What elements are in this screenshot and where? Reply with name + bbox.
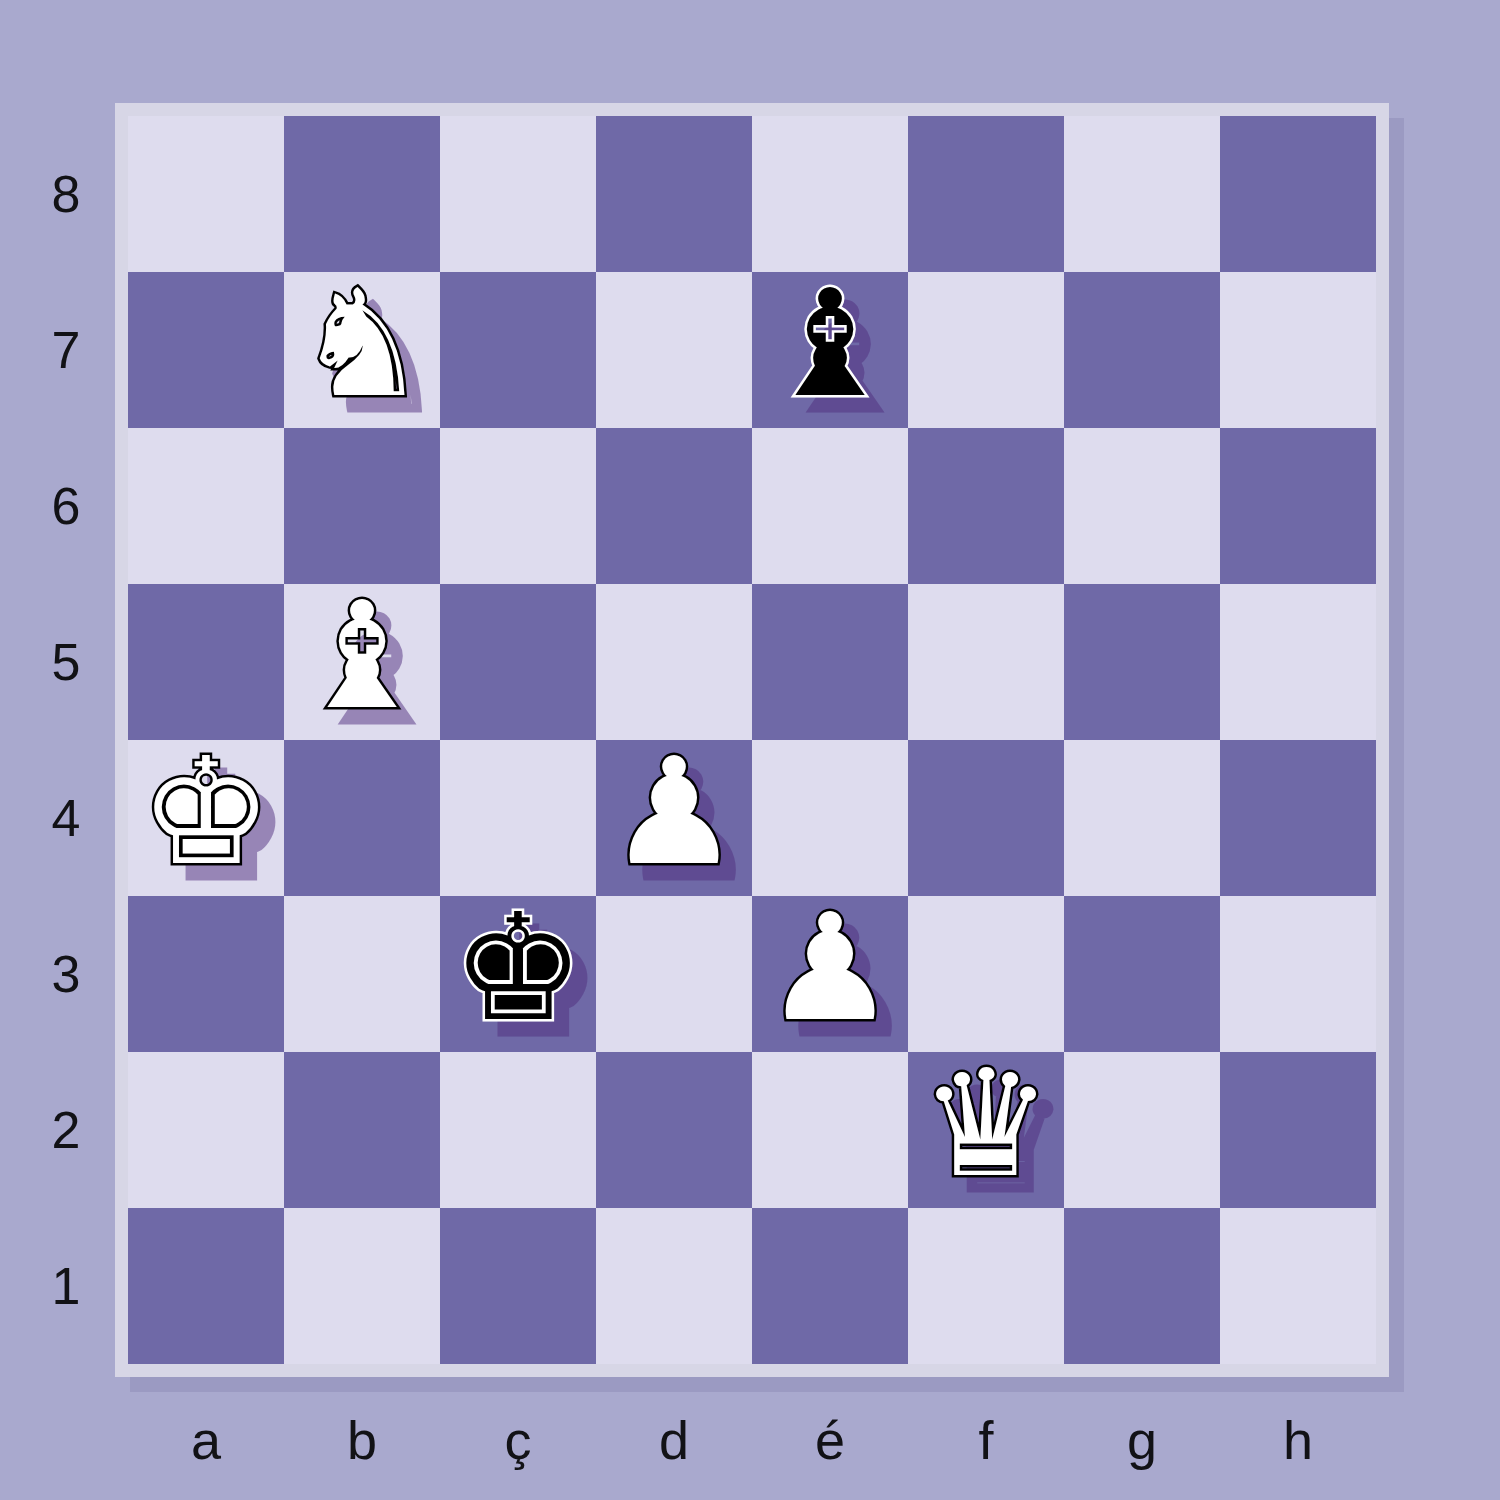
square-a8[interactable]	[128, 116, 284, 272]
square-h6[interactable]	[1220, 428, 1376, 584]
square-c4[interactable]	[440, 740, 596, 896]
rank-label-1: 1	[30, 1208, 102, 1364]
square-b4[interactable]	[284, 740, 440, 896]
square-f7[interactable]	[908, 272, 1064, 428]
square-f8[interactable]	[908, 116, 1064, 272]
rank-label-5: 5	[30, 584, 102, 740]
rank-label-3: 3	[30, 896, 102, 1052]
square-d6[interactable]	[596, 428, 752, 584]
square-f3[interactable]	[908, 896, 1064, 1052]
square-g4[interactable]	[1064, 740, 1220, 896]
square-b1[interactable]	[284, 1208, 440, 1364]
square-c5[interactable]	[440, 584, 596, 740]
square-a6[interactable]	[128, 428, 284, 584]
square-a3[interactable]	[128, 896, 284, 1052]
square-c1[interactable]	[440, 1208, 596, 1364]
square-b6[interactable]	[284, 428, 440, 584]
square-d5[interactable]	[596, 584, 752, 740]
square-d1[interactable]	[596, 1208, 752, 1364]
square-a2[interactable]	[128, 1052, 284, 1208]
square-g1[interactable]	[1064, 1208, 1220, 1364]
rank-label-4: 4	[30, 740, 102, 896]
square-b5[interactable]: ♝	[284, 584, 440, 740]
square-h8[interactable]	[1220, 116, 1376, 272]
square-h5[interactable]	[1220, 584, 1376, 740]
square-e4[interactable]	[752, 740, 908, 896]
square-e8[interactable]	[752, 116, 908, 272]
square-c6[interactable]	[440, 428, 596, 584]
square-e5[interactable]	[752, 584, 908, 740]
square-a1[interactable]	[128, 1208, 284, 1364]
square-b8[interactable]	[284, 116, 440, 272]
square-c7[interactable]	[440, 272, 596, 428]
square-f5[interactable]	[908, 584, 1064, 740]
square-e2[interactable]	[752, 1052, 908, 1208]
square-f1[interactable]	[908, 1208, 1064, 1364]
file-label-a: a	[128, 1398, 284, 1482]
file-label-g: g	[1064, 1398, 1220, 1482]
square-e7[interactable]: ♝	[752, 272, 908, 428]
file-label-d: d	[596, 1398, 752, 1482]
rank-label-7: 7	[30, 272, 102, 428]
piece-black-bishop-e7[interactable]: ♝	[764, 270, 897, 418]
rank-label-2: 2	[30, 1052, 102, 1208]
file-label-b: b	[284, 1398, 440, 1482]
square-h3[interactable]	[1220, 896, 1376, 1052]
square-c2[interactable]	[440, 1052, 596, 1208]
file-label-h: h	[1220, 1398, 1376, 1482]
square-g5[interactable]	[1064, 584, 1220, 740]
piece-white-pawn-e3[interactable]: ♟	[764, 894, 897, 1042]
square-b3[interactable]	[284, 896, 440, 1052]
square-b2[interactable]	[284, 1052, 440, 1208]
square-g6[interactable]	[1064, 428, 1220, 584]
square-h1[interactable]	[1220, 1208, 1376, 1364]
square-d3[interactable]	[596, 896, 752, 1052]
piece-white-queen-f2[interactable]: ♛	[920, 1050, 1053, 1198]
square-c3[interactable]: ♚	[440, 896, 596, 1052]
file-labels: abçdéfgh	[128, 1398, 1376, 1482]
chess-board: ♞♝♝♚♟♚♟♛	[128, 116, 1376, 1364]
file-label-e: é	[752, 1398, 908, 1482]
square-a5[interactable]	[128, 584, 284, 740]
file-label-c: ç	[440, 1398, 596, 1482]
square-g8[interactable]	[1064, 116, 1220, 272]
piece-white-pawn-d4[interactable]: ♟	[608, 738, 741, 886]
square-a4[interactable]: ♚	[128, 740, 284, 896]
square-b7[interactable]: ♞	[284, 272, 440, 428]
square-h4[interactable]	[1220, 740, 1376, 896]
rank-label-6: 6	[30, 428, 102, 584]
piece-white-king-a4[interactable]: ♚	[140, 738, 273, 886]
square-d8[interactable]	[596, 116, 752, 272]
square-e6[interactable]	[752, 428, 908, 584]
square-c8[interactable]	[440, 116, 596, 272]
square-f6[interactable]	[908, 428, 1064, 584]
square-g2[interactable]	[1064, 1052, 1220, 1208]
square-g3[interactable]	[1064, 896, 1220, 1052]
piece-black-king-c3[interactable]: ♚	[452, 894, 585, 1042]
square-d2[interactable]	[596, 1052, 752, 1208]
square-e1[interactable]	[752, 1208, 908, 1364]
square-d7[interactable]	[596, 272, 752, 428]
square-f4[interactable]	[908, 740, 1064, 896]
board-frame: ♞♝♝♚♟♚♟♛	[115, 103, 1389, 1377]
rank-labels: 87654321	[30, 116, 102, 1364]
square-e3[interactable]: ♟	[752, 896, 908, 1052]
square-g7[interactable]	[1064, 272, 1220, 428]
square-d4[interactable]: ♟	[596, 740, 752, 896]
square-f2[interactable]: ♛	[908, 1052, 1064, 1208]
rank-label-8: 8	[30, 116, 102, 272]
piece-white-bishop-b5[interactable]: ♝	[296, 582, 429, 730]
square-a7[interactable]	[128, 272, 284, 428]
square-h2[interactable]	[1220, 1052, 1376, 1208]
piece-white-knight-b7[interactable]: ♞	[296, 270, 429, 418]
square-h7[interactable]	[1220, 272, 1376, 428]
file-label-f: f	[908, 1398, 1064, 1482]
